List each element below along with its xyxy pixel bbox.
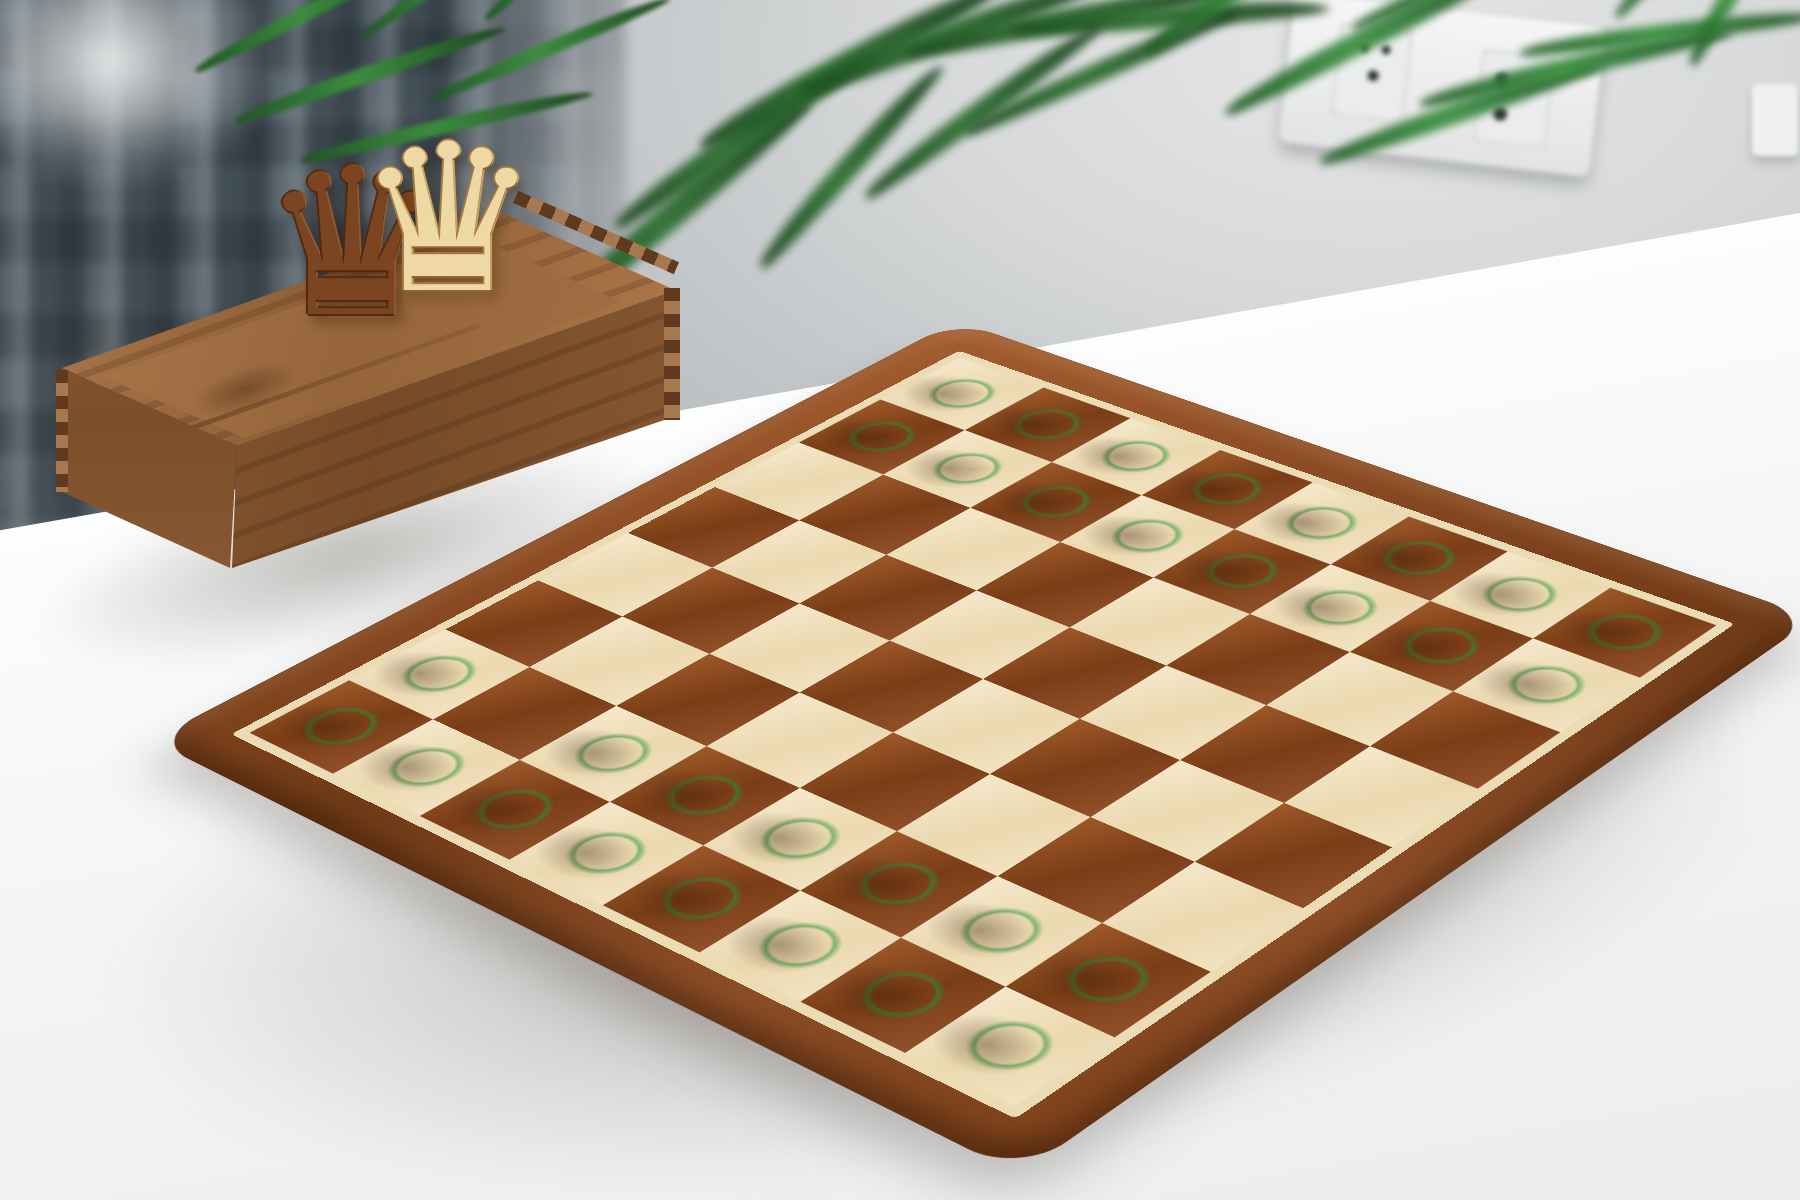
spare-light-queen: ♛ — [356, 117, 540, 322]
scene: ♛ ♛ ♜♞♝♛♚♝♞♜♟♟♟♟♟♟♟♟♟♟♟♟♟♟♟♜♞♝♛♚♟♞♜ — [0, 0, 1800, 1200]
square-h1: ♜ — [905, 987, 1114, 1106]
box-dovetail-joint — [664, 288, 680, 420]
box-dovetail-joint — [56, 370, 68, 492]
piece-black-pawn-h7: ♟ — [1479, 555, 1606, 695]
piece-white-rook-h1: ♜ — [906, 845, 1100, 1059]
power-outlet-right — [1752, 84, 1798, 156]
